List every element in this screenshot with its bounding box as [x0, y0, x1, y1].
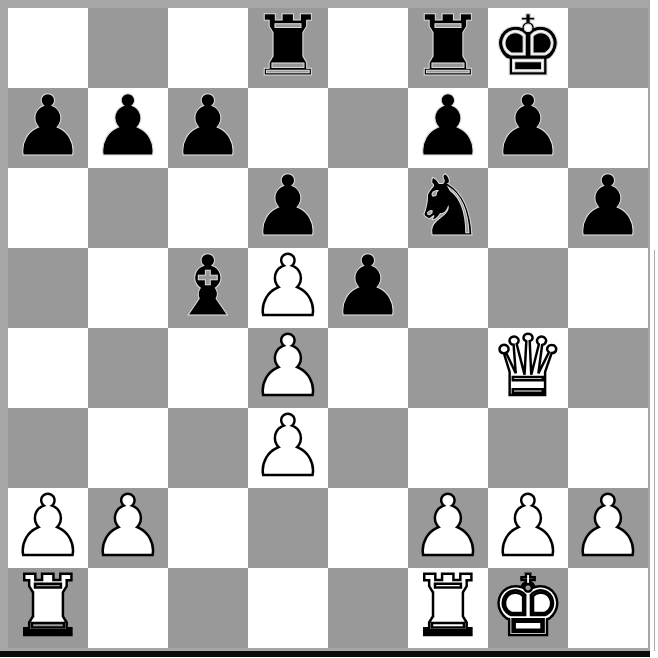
- square-a3[interactable]: [8, 408, 88, 488]
- square-d6[interactable]: ♟: [248, 168, 328, 248]
- square-h6[interactable]: ♟: [568, 168, 648, 248]
- square-e5[interactable]: ♟: [328, 248, 408, 328]
- square-c2[interactable]: [168, 488, 248, 568]
- square-h1[interactable]: [568, 568, 648, 648]
- black-pawn-icon: ♟: [8, 86, 88, 166]
- black-pawn-icon: ♟: [248, 166, 328, 246]
- square-b8[interactable]: [88, 8, 168, 88]
- white-pawn-icon: ♟: [8, 486, 88, 566]
- black-pawn-icon: ♟: [328, 246, 408, 326]
- square-g4[interactable]: ♛: [488, 328, 568, 408]
- white-queen-icon: ♛: [488, 326, 568, 406]
- square-f4[interactable]: [408, 328, 488, 408]
- square-e3[interactable]: [328, 408, 408, 488]
- square-g8[interactable]: ♚: [488, 8, 568, 88]
- square-e1[interactable]: [328, 568, 408, 648]
- bottom-bar: [0, 651, 650, 657]
- square-f7[interactable]: ♟: [408, 88, 488, 168]
- square-a6[interactable]: [8, 168, 88, 248]
- square-b1[interactable]: [88, 568, 168, 648]
- square-c3[interactable]: [168, 408, 248, 488]
- black-pawn-icon: ♟: [88, 86, 168, 166]
- square-d7[interactable]: [248, 88, 328, 168]
- black-knight-icon: ♞: [408, 166, 488, 246]
- square-d3[interactable]: ♟: [248, 408, 328, 488]
- white-rook-icon: ♜: [408, 566, 488, 646]
- square-a7[interactable]: ♟: [8, 88, 88, 168]
- square-a1[interactable]: ♜: [8, 568, 88, 648]
- white-pawn-icon: ♟: [568, 486, 648, 566]
- square-e4[interactable]: [328, 328, 408, 408]
- square-h3[interactable]: [568, 408, 648, 488]
- square-g5[interactable]: [488, 248, 568, 328]
- white-pawn-icon: ♟: [488, 486, 568, 566]
- square-c8[interactable]: [168, 8, 248, 88]
- square-d8[interactable]: ♜: [248, 8, 328, 88]
- white-king-icon: ♚: [488, 566, 568, 646]
- black-pawn-icon: ♟: [168, 86, 248, 166]
- square-h7[interactable]: [568, 88, 648, 168]
- white-pawn-icon: ♟: [88, 486, 168, 566]
- black-bishop-icon: ♝: [168, 246, 248, 326]
- square-f2[interactable]: ♟: [408, 488, 488, 568]
- square-a2[interactable]: ♟: [8, 488, 88, 568]
- square-b2[interactable]: ♟: [88, 488, 168, 568]
- square-g6[interactable]: [488, 168, 568, 248]
- square-c1[interactable]: [168, 568, 248, 648]
- square-f1[interactable]: ♜: [408, 568, 488, 648]
- square-b6[interactable]: [88, 168, 168, 248]
- square-b5[interactable]: [88, 248, 168, 328]
- board-frame: ♜♜♚♟♟♟♟♟♟♞♟♝♟♟♟♛♟♟♟♟♟♟♜♜♚: [0, 0, 650, 651]
- square-g2[interactable]: ♟: [488, 488, 568, 568]
- black-pawn-icon: ♟: [568, 166, 648, 246]
- square-g1[interactable]: ♚: [488, 568, 568, 648]
- white-pawn-icon: ♟: [248, 246, 328, 326]
- square-f6[interactable]: ♞: [408, 168, 488, 248]
- square-h4[interactable]: [568, 328, 648, 408]
- white-pawn-icon: ♟: [408, 486, 488, 566]
- square-a8[interactable]: [8, 8, 88, 88]
- square-h8[interactable]: [568, 8, 648, 88]
- square-e8[interactable]: [328, 8, 408, 88]
- square-e6[interactable]: [328, 168, 408, 248]
- square-b3[interactable]: [88, 408, 168, 488]
- white-pawn-icon: ♟: [248, 406, 328, 486]
- square-a5[interactable]: [8, 248, 88, 328]
- black-pawn-icon: ♟: [408, 86, 488, 166]
- square-h5[interactable]: [568, 248, 648, 328]
- chess-app-window: ♜♜♚♟♟♟♟♟♟♞♟♝♟♟♟♛♟♟♟♟♟♟♜♜♚: [0, 0, 658, 658]
- black-rook-icon: ♜: [248, 6, 328, 86]
- square-c4[interactable]: [168, 328, 248, 408]
- square-f5[interactable]: [408, 248, 488, 328]
- square-d2[interactable]: [248, 488, 328, 568]
- square-d5[interactable]: ♟: [248, 248, 328, 328]
- square-e2[interactable]: [328, 488, 408, 568]
- square-c5[interactable]: ♝: [168, 248, 248, 328]
- square-a4[interactable]: [8, 328, 88, 408]
- square-c7[interactable]: ♟: [168, 88, 248, 168]
- square-b4[interactable]: [88, 328, 168, 408]
- square-d1[interactable]: [248, 568, 328, 648]
- black-pawn-icon: ♟: [488, 86, 568, 166]
- right-edge-line: [654, 250, 655, 651]
- square-g3[interactable]: [488, 408, 568, 488]
- square-f8[interactable]: ♜: [408, 8, 488, 88]
- square-h2[interactable]: ♟: [568, 488, 648, 568]
- black-rook-icon: ♜: [408, 6, 488, 86]
- square-b7[interactable]: ♟: [88, 88, 168, 168]
- white-rook-icon: ♜: [8, 566, 88, 646]
- white-pawn-icon: ♟: [248, 326, 328, 406]
- board: ♜♜♚♟♟♟♟♟♟♞♟♝♟♟♟♛♟♟♟♟♟♟♜♜♚: [8, 8, 648, 648]
- square-g7[interactable]: ♟: [488, 88, 568, 168]
- square-e7[interactable]: [328, 88, 408, 168]
- black-king-icon: ♚: [488, 6, 568, 86]
- square-d4[interactable]: ♟: [248, 328, 328, 408]
- square-f3[interactable]: [408, 408, 488, 488]
- square-c6[interactable]: [168, 168, 248, 248]
